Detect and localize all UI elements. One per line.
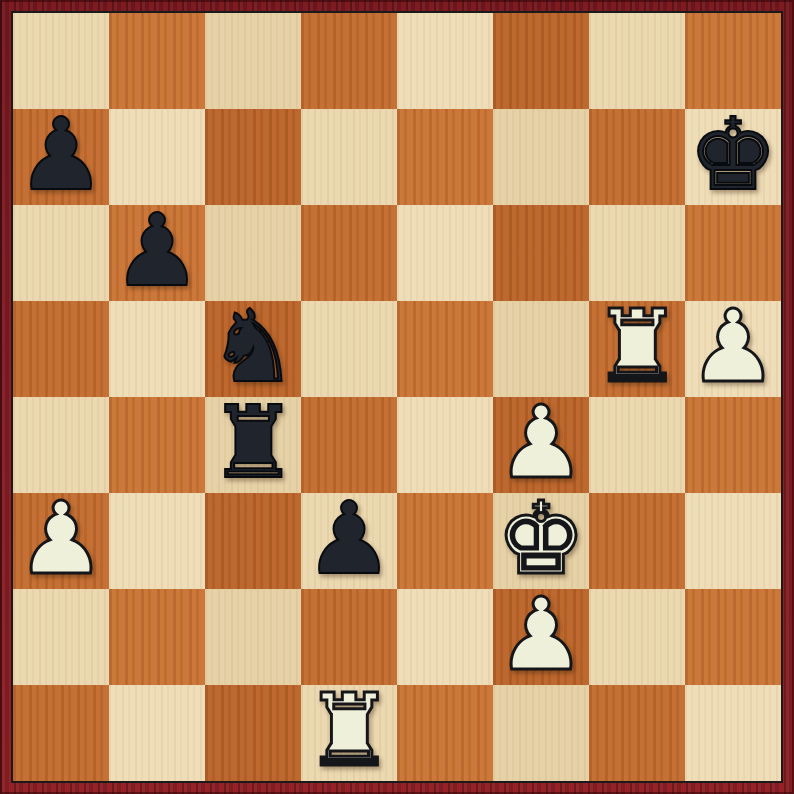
square-f1[interactable] xyxy=(493,685,589,781)
square-g7[interactable] xyxy=(589,109,685,205)
square-h4[interactable] xyxy=(685,397,781,493)
board-inner-border: ♟︎♚︎♟︎♞︎♜︎♟︎♜︎♟︎♟︎♟︎♚︎♟︎♜︎ xyxy=(11,11,783,783)
square-g2[interactable] xyxy=(589,589,685,685)
square-h1[interactable] xyxy=(685,685,781,781)
square-c4[interactable]: ♜︎ xyxy=(205,397,301,493)
square-h7[interactable]: ♚︎ xyxy=(685,109,781,205)
piece-black-pawn-b6: ♟︎ xyxy=(109,205,205,301)
piece-white-king-f3: ♚︎ xyxy=(493,493,589,589)
square-f5[interactable] xyxy=(493,301,589,397)
square-a7[interactable]: ♟︎ xyxy=(13,109,109,205)
square-d2[interactable] xyxy=(301,589,397,685)
square-h3[interactable] xyxy=(685,493,781,589)
square-g5[interactable]: ♜︎ xyxy=(589,301,685,397)
piece-black-pawn-a7: ♟︎ xyxy=(13,109,109,205)
piece-white-rook-d1: ♜︎ xyxy=(301,685,397,781)
square-f4[interactable]: ♟︎ xyxy=(493,397,589,493)
square-c6[interactable] xyxy=(205,205,301,301)
square-d8[interactable] xyxy=(301,13,397,109)
square-b1[interactable] xyxy=(109,685,205,781)
square-b2[interactable] xyxy=(109,589,205,685)
square-g6[interactable] xyxy=(589,205,685,301)
square-g8[interactable] xyxy=(589,13,685,109)
square-f8[interactable] xyxy=(493,13,589,109)
square-h8[interactable] xyxy=(685,13,781,109)
square-h6[interactable] xyxy=(685,205,781,301)
square-g4[interactable] xyxy=(589,397,685,493)
square-a8[interactable] xyxy=(13,13,109,109)
square-b5[interactable] xyxy=(109,301,205,397)
square-b8[interactable] xyxy=(109,13,205,109)
square-e5[interactable] xyxy=(397,301,493,397)
chess-board: ♟︎♚︎♟︎♞︎♜︎♟︎♜︎♟︎♟︎♟︎♚︎♟︎♜︎ xyxy=(13,13,781,781)
square-b4[interactable] xyxy=(109,397,205,493)
square-d7[interactable] xyxy=(301,109,397,205)
square-e8[interactable] xyxy=(397,13,493,109)
square-a4[interactable] xyxy=(13,397,109,493)
square-c1[interactable] xyxy=(205,685,301,781)
square-e1[interactable] xyxy=(397,685,493,781)
square-b6[interactable]: ♟︎ xyxy=(109,205,205,301)
square-b7[interactable] xyxy=(109,109,205,205)
square-e6[interactable] xyxy=(397,205,493,301)
piece-black-king-h7: ♚︎ xyxy=(685,109,781,205)
square-f7[interactable] xyxy=(493,109,589,205)
square-d6[interactable] xyxy=(301,205,397,301)
piece-white-pawn-f4: ♟︎ xyxy=(493,397,589,493)
square-c2[interactable] xyxy=(205,589,301,685)
piece-white-pawn-f2: ♟︎ xyxy=(493,589,589,685)
square-h2[interactable] xyxy=(685,589,781,685)
square-h5[interactable]: ♟︎ xyxy=(685,301,781,397)
square-c8[interactable] xyxy=(205,13,301,109)
square-f3[interactable]: ♚︎ xyxy=(493,493,589,589)
square-d3[interactable]: ♟︎ xyxy=(301,493,397,589)
square-f2[interactable]: ♟︎ xyxy=(493,589,589,685)
square-e4[interactable] xyxy=(397,397,493,493)
square-e2[interactable] xyxy=(397,589,493,685)
square-f6[interactable] xyxy=(493,205,589,301)
square-d1[interactable]: ♜︎ xyxy=(301,685,397,781)
piece-black-pawn-d3: ♟︎ xyxy=(301,493,397,589)
square-g1[interactable] xyxy=(589,685,685,781)
square-d5[interactable] xyxy=(301,301,397,397)
square-g3[interactable] xyxy=(589,493,685,589)
square-c7[interactable] xyxy=(205,109,301,205)
piece-white-pawn-h5: ♟︎ xyxy=(685,301,781,397)
piece-black-rook-c4: ♜︎ xyxy=(205,397,301,493)
square-a3[interactable]: ♟︎ xyxy=(13,493,109,589)
piece-white-pawn-a3: ♟︎ xyxy=(13,493,109,589)
square-c5[interactable]: ♞︎ xyxy=(205,301,301,397)
square-e7[interactable] xyxy=(397,109,493,205)
piece-black-knight-c5: ♞︎ xyxy=(205,301,301,397)
square-b3[interactable] xyxy=(109,493,205,589)
square-a6[interactable] xyxy=(13,205,109,301)
square-c3[interactable] xyxy=(205,493,301,589)
board-frame: ♟︎♚︎♟︎♞︎♜︎♟︎♜︎♟︎♟︎♟︎♚︎♟︎♜︎ xyxy=(0,0,794,794)
piece-white-rook-g5: ♜︎ xyxy=(589,301,685,397)
square-e3[interactable] xyxy=(397,493,493,589)
square-a5[interactable] xyxy=(13,301,109,397)
square-d4[interactable] xyxy=(301,397,397,493)
square-a2[interactable] xyxy=(13,589,109,685)
square-a1[interactable] xyxy=(13,685,109,781)
